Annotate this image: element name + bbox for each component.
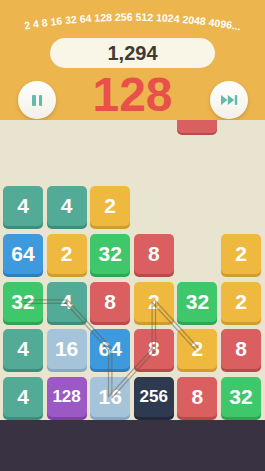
svg-text:2 4 8 16 32 64 128 256 512 102: 2 4 8 16 32 64 128 256 512 1024 2048 409… (23, 11, 242, 33)
tile-8[interactable]: 8 (134, 234, 174, 274)
tile-16[interactable]: 16 (90, 377, 130, 417)
tile-64[interactable]: 64 (90, 329, 130, 369)
score-value: 1,294 (107, 42, 157, 64)
tile-256[interactable]: 256 (134, 377, 174, 417)
tile-8[interactable]: 8 (221, 329, 261, 369)
header: 2 4 8 16 32 64 128 256 512 1024 2048 409… (0, 0, 265, 120)
tile-8[interactable]: 8 (134, 329, 174, 369)
footer-bar (0, 420, 265, 471)
tile-32[interactable]: 32 (3, 282, 43, 322)
tile-2[interactable]: 2 (134, 282, 174, 322)
tile-8[interactable]: 8 (90, 282, 130, 322)
tile-32[interactable]: 32 (90, 234, 130, 274)
tile-4[interactable]: 4 (47, 186, 87, 226)
tile-32[interactable]: 32 (177, 282, 217, 322)
score-display: 1,294 (50, 38, 215, 68)
tile-16[interactable]: 16 (47, 329, 87, 369)
tile-2[interactable]: 2 (47, 234, 87, 274)
tile-4[interactable]: 4 (3, 377, 43, 417)
tile-32[interactable]: 32 (221, 377, 261, 417)
tile-2[interactable]: 2 (177, 329, 217, 369)
fast-forward-icon (221, 94, 238, 106)
tile-2[interactable]: 2 (221, 282, 261, 322)
tile-8[interactable]: 8 (177, 377, 217, 417)
board: 44264232823248232241664828412816256832 (0, 120, 265, 420)
tile-2[interactable]: 2 (90, 186, 130, 226)
tile-4[interactable]: 4 (3, 329, 43, 369)
number-sequence-arc: 2 4 8 16 32 64 128 256 512 1024 2048 409… (0, 0, 265, 42)
game-screen: 2 4 8 16 32 64 128 256 512 1024 2048 409… (0, 0, 265, 471)
tile-128[interactable]: 128 (47, 377, 87, 417)
tile-4[interactable]: 4 (3, 186, 43, 226)
tile-2[interactable]: 2 (221, 234, 261, 274)
board-tiles: 44264232823248232241664828412816256832 (0, 120, 265, 420)
skip-button[interactable] (210, 81, 248, 119)
number-sequence-text: 2 4 8 16 32 64 128 256 512 1024 2048 409… (23, 11, 242, 33)
tile-64[interactable]: 64 (3, 234, 43, 274)
tile-4[interactable]: 4 (47, 282, 87, 322)
